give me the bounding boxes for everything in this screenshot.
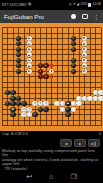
x-mark: ✕: [45, 102, 48, 105]
status-bar: NTT DOCOMO ▤ ◌ ◴ ▾ ◢ 93% 10:58: [0, 0, 103, 10]
board-icon[interactable]: [82, 14, 88, 19]
black-stone: [43, 74, 48, 79]
black-stone: [16, 69, 21, 74]
black-stone: [10, 112, 15, 117]
white-stone: [93, 90, 98, 95]
white-stone: [82, 96, 87, 101]
triangle-mark: [28, 59, 30, 61]
sim-icon: ▤: [28, 3, 31, 6]
circle-mark: [83, 48, 85, 50]
black-stone: [16, 52, 21, 57]
alarm-icon: ◴: [69, 3, 72, 6]
grid-line: [95, 28, 96, 126]
hoshi-point: [84, 109, 85, 110]
home-button[interactable]: ⌂: [49, 173, 53, 180]
black-stone: [16, 47, 21, 52]
white-stone: ✕: [21, 107, 26, 112]
grid-line: [2, 125, 101, 126]
white-stone: [54, 101, 59, 106]
msq-mark: [40, 70, 42, 72]
comment-text: Markup at top partially using compressed…: [0, 148, 103, 170]
black-stone: [5, 101, 10, 106]
msq-mark: [40, 76, 42, 78]
x-mark: ✕: [39, 102, 42, 105]
carrier-label: NTT DOCOMO: [2, 3, 27, 7]
black-stone: [38, 107, 43, 112]
hoshi-point: [51, 43, 52, 44]
white-stone: [27, 41, 32, 46]
black-stone: [16, 63, 21, 68]
black-stone: [71, 69, 76, 74]
white-stone: [82, 41, 87, 46]
msq-mark: [45, 65, 47, 67]
move-number-label: 0: [99, 132, 101, 136]
white-stone: [27, 47, 32, 52]
hoshi-point: [18, 109, 19, 110]
black-stone: [38, 69, 43, 74]
black-stone: [10, 96, 15, 101]
last-move-button[interactable]: ▸❙: [88, 139, 100, 147]
grid-line: [2, 93, 101, 94]
msq-mark: [40, 65, 42, 67]
black-stone: [10, 107, 15, 112]
circle-mark: [83, 65, 85, 67]
grid-line: [90, 28, 91, 126]
next-move-button[interactable]: ▸: [74, 139, 86, 147]
black-stone: [5, 90, 10, 95]
go-board[interactable]: ✕✕✕✕✕✕: [0, 23, 103, 131]
black-stone: [16, 36, 21, 41]
clock-label: 10:58: [93, 3, 102, 6]
black-stone: [16, 101, 21, 106]
white-stone: [98, 90, 103, 95]
black-stone: [71, 63, 76, 68]
move-toolbar: ◂ ▸ ▸❙: [0, 137, 103, 148]
triangle-mark: [28, 54, 30, 56]
msq-mark: [51, 70, 53, 72]
app-title: FujiGoban Pro: [4, 14, 44, 20]
x-mark: ✕: [34, 102, 37, 105]
recents-button[interactable]: ❐: [70, 173, 76, 180]
grid-line: [101, 28, 102, 126]
white-stone: ✕: [32, 101, 37, 106]
grid-line: [2, 82, 101, 83]
battery-percent: 93%: [81, 3, 88, 6]
black-stone: [71, 36, 76, 41]
back-button[interactable]: ↩: [26, 173, 32, 180]
white-stone: [71, 107, 76, 112]
captures-label: Cap. B 0 W 0 0: [2, 132, 28, 136]
white-stone: [60, 101, 65, 106]
hoshi-point: [51, 109, 52, 110]
red-square-marker: [50, 64, 52, 66]
screen: NTT DOCOMO ▤ ◌ ◴ ▾ ◢ 93% 10:58 FujiGoban…: [0, 0, 103, 183]
prev-move-button[interactable]: ◂: [60, 139, 72, 147]
msq-mark: [45, 76, 47, 78]
white-stone: [82, 63, 87, 68]
triangle-mark: [28, 37, 30, 39]
black-stone: [71, 47, 76, 52]
white-stone: [93, 96, 98, 101]
triangle-mark: [28, 65, 30, 67]
grid-line: [2, 120, 101, 121]
circle-mark: [83, 70, 85, 72]
black-stone: [16, 58, 21, 63]
app-bar: FujiGoban Pro ⋮: [0, 10, 103, 23]
black-stone: [65, 112, 70, 117]
triangle-mark: [28, 70, 30, 72]
black-stone: [10, 90, 15, 95]
black-stone: [10, 101, 15, 106]
grid-line: [57, 28, 58, 126]
circle-mark: [83, 37, 85, 39]
white-stone: [27, 52, 32, 57]
black-stone: [71, 58, 76, 63]
white-stone: [76, 96, 81, 101]
white-stone: ✕: [43, 101, 48, 106]
white-stone: [60, 107, 65, 112]
black-stone: [43, 107, 48, 112]
black-stone: [65, 107, 70, 112]
white-stone: ✕: [27, 107, 32, 112]
circle-mark: [12, 108, 14, 110]
white-stone: [98, 96, 103, 101]
x-mark: ✕: [23, 108, 26, 111]
sync-icon: ◌: [33, 3, 35, 6]
android-nav-bar: ↩ ⌂ ❐: [0, 170, 103, 183]
black-stone: [32, 112, 37, 117]
grid-line: [2, 87, 101, 88]
black-stone: [16, 96, 21, 101]
white-stone-icon[interactable]: [71, 14, 76, 19]
white-stone: [76, 101, 81, 106]
battery-icon: [88, 3, 91, 7]
white-stone: ✕: [21, 112, 26, 117]
white-stone: [27, 69, 32, 74]
red-square-marker: [50, 75, 52, 77]
grid-line: [79, 28, 80, 126]
white-stone: [87, 96, 92, 101]
white-stone: [82, 36, 87, 41]
black-stone: [38, 74, 43, 79]
triangle-mark: [28, 48, 30, 50]
white-stone: [71, 101, 76, 106]
black-stone: [71, 41, 76, 46]
circle-mark: [83, 54, 85, 56]
black-stone: [16, 41, 21, 46]
black-stone: [43, 63, 48, 68]
white-stone: [49, 69, 54, 74]
black-stone: [21, 101, 26, 106]
signal-icon: ◢: [77, 3, 80, 6]
white-stone: [82, 47, 87, 52]
white-stone: [82, 52, 87, 57]
white-stone: ✕: [38, 101, 43, 106]
x-mark: ✕: [28, 108, 31, 111]
white-stone: [82, 58, 87, 63]
white-stone: [27, 63, 32, 68]
overflow-menu-icon[interactable]: ⋮: [93, 14, 99, 20]
white-stone: [82, 69, 87, 74]
grid-line: [2, 114, 101, 115]
white-stone: [27, 58, 32, 63]
dot-mark: [67, 103, 68, 104]
circle-mark: [83, 59, 85, 61]
wifi-icon: ▾: [73, 3, 75, 6]
red-square-marker: [45, 70, 47, 72]
triangle-mark: [28, 43, 30, 45]
white-stone: [27, 36, 32, 41]
black-stone: [38, 63, 43, 68]
white-stone: [27, 112, 32, 117]
x-mark: ✕: [23, 113, 26, 116]
circle-mark: [83, 43, 85, 45]
black-stone: [65, 101, 70, 106]
